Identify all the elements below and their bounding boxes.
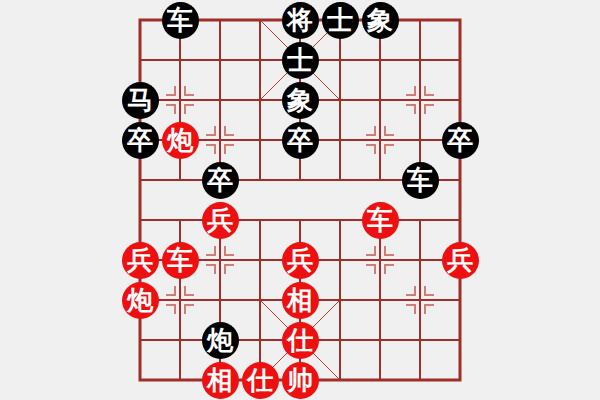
piece-black-soldier[interactable]: 卒 — [122, 122, 159, 159]
piece-red-soldier[interactable]: 兵 — [202, 202, 239, 239]
piece-red-soldier[interactable]: 兵 — [442, 242, 479, 279]
piece-black-general[interactable]: 将 — [282, 2, 319, 39]
piece-red-soldier[interactable]: 兵 — [282, 242, 319, 279]
piece-black-elephant[interactable]: 象 — [362, 2, 399, 39]
xiangqi-screenshot: 车将士象士马象卒炮卒卒卒车兵车兵车兵兵炮相炮仕相仕帅 — [0, 0, 600, 400]
piece-black-chariot[interactable]: 车 — [402, 162, 439, 199]
piece-black-chariot[interactable]: 车 — [162, 2, 199, 39]
piece-red-advisor[interactable]: 仕 — [242, 362, 279, 399]
piece-black-soldier[interactable]: 卒 — [202, 162, 239, 199]
piece-grid: 车将士象士马象卒炮卒卒卒车兵车兵车兵兵炮相炮仕相仕帅 — [120, 0, 480, 400]
piece-black-horse[interactable]: 马 — [122, 82, 159, 119]
piece-red-advisor[interactable]: 仕 — [282, 322, 319, 359]
piece-black-soldier[interactable]: 卒 — [282, 122, 319, 159]
piece-red-elephant[interactable]: 相 — [202, 362, 239, 399]
piece-black-advisor[interactable]: 士 — [322, 2, 359, 39]
piece-black-cannon[interactable]: 炮 — [202, 322, 239, 359]
piece-red-cannon[interactable]: 炮 — [122, 282, 159, 319]
piece-red-chariot[interactable]: 车 — [162, 242, 199, 279]
piece-black-soldier[interactable]: 卒 — [442, 122, 479, 159]
piece-black-advisor[interactable]: 士 — [282, 42, 319, 79]
piece-red-chariot[interactable]: 车 — [362, 202, 399, 239]
piece-black-elephant[interactable]: 象 — [282, 82, 319, 119]
piece-red-cannon[interactable]: 炮 — [162, 122, 199, 159]
piece-red-soldier[interactable]: 兵 — [122, 242, 159, 279]
piece-red-general[interactable]: 帅 — [282, 362, 319, 399]
piece-red-elephant[interactable]: 相 — [282, 282, 319, 319]
